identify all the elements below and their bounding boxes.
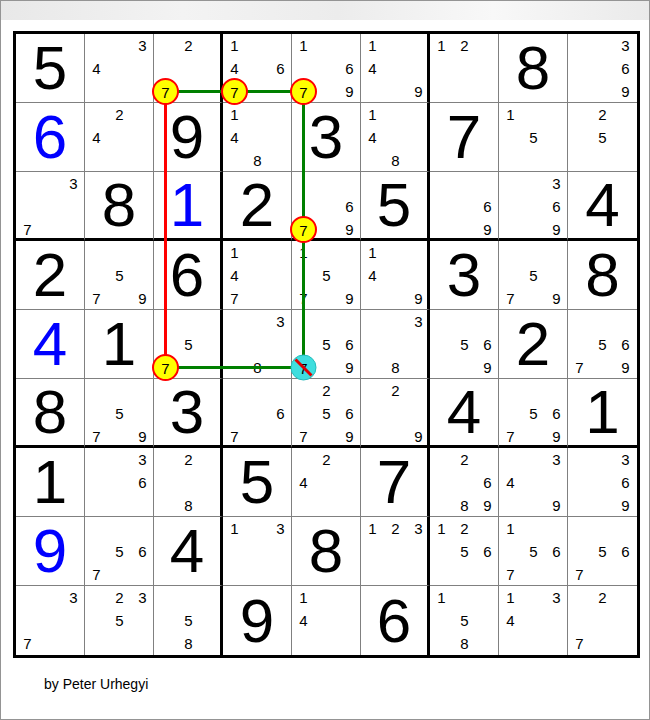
candidate-3: 3 [614,448,637,471]
cell-r8c2[interactable]: 567 [85,517,154,586]
candidate-6: 6 [338,333,361,356]
candidate-9: 9 [545,218,568,241]
candidate-8: 8 [177,632,200,655]
candidate-1: 1 [430,34,453,57]
given-digit: 5 [223,448,291,516]
given-digit: 2 [16,241,84,309]
cell-r2c8[interactable]: 15 [499,103,568,172]
cell-r2c5[interactable]: 3 [292,103,361,172]
cell-r5c4[interactable]: 38 [223,310,292,379]
candidate-3: 3 [545,172,568,195]
candidate-9: 9 [407,425,430,448]
candidate-1: 1 [430,517,453,540]
candidate-7: 7 [16,632,39,655]
candidate-9: 9 [131,425,154,448]
cell-r2c9[interactable]: 25 [568,103,637,172]
candidate-7: 7 [568,563,591,586]
candidate-6: 6 [614,471,637,494]
sudoku-board: 5342146169149128369624914831487152537812… [13,31,640,658]
candidate-9: 9 [545,494,568,517]
cell-r1c1[interactable]: 5 [16,34,85,103]
solved-digit: 6 [16,103,84,171]
cell-r8c7[interactable]: 1256 [430,517,499,586]
cell-r5c2[interactable]: 1 [85,310,154,379]
cell-r4c9[interactable]: 8 [568,241,637,310]
cell-r7c2[interactable]: 36 [85,448,154,517]
cell-r6c6[interactable]: 29 [361,379,430,448]
cell-r6c4[interactable]: 67 [223,379,292,448]
candidate-6: 6 [545,402,568,425]
candidate-1: 1 [430,586,453,609]
candidate-2: 2 [315,379,338,402]
candidate-9: 9 [476,218,499,241]
cell-r7c3[interactable]: 28 [154,448,223,517]
cell-r2c7[interactable]: 7 [430,103,499,172]
candidate-4: 4 [361,57,384,80]
given-digit: 8 [292,517,360,585]
candidate-3: 3 [269,310,292,333]
given-digit: 4 [568,172,637,238]
cell-r2c4[interactable]: 148 [223,103,292,172]
candidate-7: 7 [568,632,591,655]
cell-r2c3[interactable]: 9 [154,103,223,172]
given-digit: 8 [85,172,153,238]
cell-r5c9[interactable]: 5679 [568,310,637,379]
cell-r5c8[interactable]: 2 [499,310,568,379]
candidate-8: 8 [453,494,476,517]
given-digit: 1 [568,379,637,445]
cell-r5c5[interactable]: 569 [292,310,361,379]
candidate-6: 6 [614,540,637,563]
candidate-5: 5 [177,333,200,356]
cell-r6c5[interactable]: 25679 [292,379,361,448]
candidate-5: 5 [453,609,476,632]
candidate-9: 9 [545,287,568,310]
candidate-2: 2 [453,448,476,471]
candidate-5: 5 [315,333,338,356]
cell-r6c1[interactable]: 8 [16,379,85,448]
cell-r1c3[interactable]: 2 [154,34,223,103]
candidate-7: 7 [223,287,246,310]
candidate-1: 1 [223,241,246,264]
candidate-6: 6 [476,333,499,356]
cell-r7c9[interactable]: 369 [568,448,637,517]
cell-r4c3[interactable]: 6 [154,241,223,310]
candidate-4: 4 [499,471,522,494]
candidate-1: 1 [223,103,246,126]
candidate-4: 4 [292,471,315,494]
window-top-strip [1,1,649,20]
given-digit: 5 [16,34,84,102]
candidate-6: 6 [545,540,568,563]
candidate-3: 3 [545,448,568,471]
candidate-5: 5 [108,264,131,287]
cell-r8c1[interactable]: 9 [16,517,85,586]
candidate-2: 2 [384,379,407,402]
cell-r3c3[interactable]: 1 [154,172,223,241]
cell-r8c3[interactable]: 4 [154,517,223,586]
candidate-9: 9 [407,80,430,103]
candidate-8: 8 [246,356,269,379]
cell-r5c3[interactable]: 5 [154,310,223,379]
candidate-2: 2 [591,103,614,126]
candidate-5: 5 [177,609,200,632]
candidate-4: 4 [223,126,246,149]
cell-r9c4[interactable]: 9 [223,586,292,655]
cell-r9c2[interactable]: 235 [85,586,154,655]
candidate-9: 9 [338,356,361,379]
cell-r4c4[interactable]: 147 [223,241,292,310]
given-digit: 7 [430,103,498,171]
candidate-9: 9 [338,80,361,103]
candidate-5: 5 [453,540,476,563]
candidate-5: 5 [522,264,545,287]
cell-r3c7[interactable]: 69 [430,172,499,241]
candidate-2: 2 [108,586,131,609]
given-digit: 8 [568,241,637,309]
candidate-2: 2 [177,448,200,471]
candidate-8: 8 [177,494,200,517]
candidate-5: 5 [108,540,131,563]
given-digit: 3 [430,241,498,309]
given-digit: 2 [499,310,567,378]
candidate-1: 1 [499,586,522,609]
cell-r2c1[interactable]: 6 [16,103,85,172]
candidate-3: 3 [62,586,85,609]
candidate-4: 4 [361,126,384,149]
cell-r8c8[interactable]: 1567 [499,517,568,586]
candidate-1: 1 [292,34,315,57]
candidate-1: 1 [223,517,246,540]
candidate-4: 4 [85,57,108,80]
cell-r2c6[interactable]: 148 [361,103,430,172]
candidate-8: 8 [384,149,407,172]
candidate-5: 5 [315,402,338,425]
cell-r4c5[interactable]: 1579 [292,241,361,310]
candidate-6: 6 [476,195,499,218]
cell-r5c6[interactable]: 38 [361,310,430,379]
cell-r9c8[interactable]: 134 [499,586,568,655]
candidate-6: 6 [338,195,361,218]
given-digit: 5 [361,172,427,238]
cell-r8c9[interactable]: 567 [568,517,637,586]
candidate-6: 6 [614,57,637,80]
candidate-4: 4 [292,609,315,632]
candidate-3: 3 [614,34,637,57]
candidate-6: 6 [131,471,154,494]
candidate-8: 8 [384,356,407,379]
candidate-8: 8 [453,632,476,655]
cell-r3c5[interactable]: 69 [292,172,361,241]
cell-r3c9[interactable]: 4 [568,172,637,241]
cell-r3c8[interactable]: 369 [499,172,568,241]
candidate-6: 6 [131,540,154,563]
candidate-9: 9 [614,494,637,517]
candidate-7: 7 [223,425,246,448]
candidate-1: 1 [361,103,384,126]
candidate-5: 5 [453,333,476,356]
cell-r2c2[interactable]: 24 [85,103,154,172]
cell-r4c6[interactable]: 149 [361,241,430,310]
given-digit: 4 [430,379,498,445]
candidate-7: 7 [85,287,108,310]
candidate-9: 9 [476,356,499,379]
given-digit: 1 [85,310,153,378]
cell-r5c1[interactable]: 4 [16,310,85,379]
candidate-7: 7 [292,287,315,310]
candidate-1: 1 [361,34,384,57]
cell-r9c5[interactable]: 14 [292,586,361,655]
candidate-3: 3 [131,34,154,57]
given-digit: 9 [154,103,220,171]
candidate-4: 4 [85,126,108,149]
candidate-3: 3 [269,517,292,540]
puzzle-credit: by Peter Urhegyi [44,676,148,692]
candidate-5: 5 [591,540,614,563]
cell-r1c5[interactable]: 169 [292,34,361,103]
candidate-2: 2 [108,103,131,126]
cell-r3c2[interactable]: 8 [85,172,154,241]
solved-digit: 9 [16,517,84,585]
candidate-2: 2 [453,34,476,57]
cell-r1c8[interactable]: 8 [499,34,568,103]
candidate-7: 7 [16,218,39,241]
candidate-7: 7 [499,425,522,448]
cell-r7c1[interactable]: 1 [16,448,85,517]
cell-r6c2[interactable]: 579 [85,379,154,448]
candidate-5: 5 [522,402,545,425]
candidate-7: 7 [85,563,108,586]
cell-r9c3[interactable]: 58 [154,586,223,655]
solved-digit: 4 [16,310,84,378]
given-digit: 6 [154,241,220,309]
candidate-2: 2 [591,586,614,609]
candidate-5: 5 [591,333,614,356]
candidate-6: 6 [476,471,499,494]
cell-r6c3[interactable]: 3 [154,379,223,448]
cell-r4c2[interactable]: 579 [85,241,154,310]
candidate-4: 4 [223,57,246,80]
cell-r7c7[interactable]: 2689 [430,448,499,517]
candidate-9: 9 [614,356,637,379]
candidate-9: 9 [338,425,361,448]
candidate-5: 5 [108,609,131,632]
candidate-9: 9 [407,287,430,310]
cell-r7c6[interactable]: 7 [361,448,430,517]
candidate-2: 2 [384,517,407,540]
cell-r1c2[interactable]: 34 [85,34,154,103]
candidate-7: 7 [85,425,108,448]
candidate-3: 3 [131,586,154,609]
candidate-4: 4 [361,264,384,287]
candidate-1: 1 [361,241,384,264]
candidate-2: 2 [315,448,338,471]
cell-r7c8[interactable]: 349 [499,448,568,517]
candidate-9: 9 [614,80,637,103]
candidate-5: 5 [108,402,131,425]
cell-r8c6[interactable]: 123 [361,517,430,586]
candidate-4: 4 [223,264,246,287]
app-window: 5342146169149128369624914831487152537812… [0,0,650,720]
candidate-1: 1 [499,103,522,126]
given-digit: 8 [499,34,567,102]
candidate-7: 7 [499,287,522,310]
candidate-9: 9 [476,494,499,517]
cell-r6c9[interactable]: 1 [568,379,637,448]
candidate-9: 9 [338,287,361,310]
candidate-2: 2 [453,517,476,540]
cell-r4c7[interactable]: 3 [430,241,499,310]
candidate-3: 3 [131,448,154,471]
given-digit: 9 [223,586,291,655]
cell-r1c7[interactable]: 12 [430,34,499,103]
given-digit: 4 [154,517,220,585]
given-digit: 6 [361,586,427,655]
candidate-5: 5 [522,540,545,563]
candidate-1: 1 [292,586,315,609]
cell-r7c5[interactable]: 24 [292,448,361,517]
cell-r9c1[interactable]: 37 [16,586,85,655]
given-digit: 3 [292,103,360,171]
cell-r1c6[interactable]: 149 [361,34,430,103]
candidate-6: 6 [269,57,292,80]
given-digit: 1 [16,448,84,516]
candidate-6: 6 [338,402,361,425]
candidate-2: 2 [177,34,200,57]
candidate-6: 6 [338,57,361,80]
candidate-5: 5 [591,126,614,149]
candidate-9: 9 [545,425,568,448]
cell-r8c5[interactable]: 8 [292,517,361,586]
cell-r5c7[interactable]: 569 [430,310,499,379]
candidate-6: 6 [614,333,637,356]
cell-r4c1[interactable]: 2 [16,241,85,310]
cell-r9c9[interactable]: 27 [568,586,637,655]
cell-r9c6[interactable]: 6 [361,586,430,655]
candidate-1: 1 [499,517,522,540]
solved-digit: 1 [154,172,220,238]
candidate-9: 9 [338,218,361,241]
candidate-9: 9 [131,287,154,310]
cell-r1c9[interactable]: 369 [568,34,637,103]
candidate-1: 1 [223,34,246,57]
candidate-6: 6 [476,540,499,563]
candidate-3: 3 [62,172,85,195]
cell-r6c8[interactable]: 5679 [499,379,568,448]
cell-r4c8[interactable]: 579 [499,241,568,310]
cell-r8c4[interactable]: 13 [223,517,292,586]
candidate-5: 5 [315,264,338,287]
cell-r3c4[interactable]: 2 [223,172,292,241]
cell-r7c4[interactable]: 5 [223,448,292,517]
cell-r3c6[interactable]: 5 [361,172,430,241]
candidate-7: 7 [292,425,315,448]
cell-r6c7[interactable]: 4 [430,379,499,448]
candidate-4: 4 [499,609,522,632]
candidate-7: 7 [568,356,591,379]
given-digit: 7 [361,448,427,516]
candidate-6: 6 [269,402,292,425]
candidate-3: 3 [545,586,568,609]
candidate-8: 8 [246,149,269,172]
candidate-7: 7 [499,563,522,586]
cell-r1c4[interactable]: 146 [223,34,292,103]
cell-r3c1[interactable]: 37 [16,172,85,241]
given-digit: 3 [154,379,220,445]
cell-r9c7[interactable]: 158 [430,586,499,655]
candidate-5: 5 [522,126,545,149]
candidate-1: 1 [292,241,315,264]
candidate-6: 6 [545,195,568,218]
given-digit: 8 [16,379,84,445]
candidate-1: 1 [361,517,384,540]
candidate-3: 3 [407,517,430,540]
candidate-3: 3 [407,310,430,333]
given-digit: 2 [223,172,291,238]
